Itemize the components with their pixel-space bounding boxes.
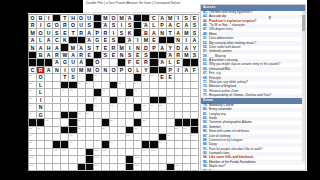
grid-cell[interactable] xyxy=(150,119,158,126)
grid-cell[interactable] xyxy=(159,127,167,134)
grid-cell[interactable]: T xyxy=(61,74,69,81)
grid-cell[interactable]: N xyxy=(53,67,61,74)
grid-cell[interactable] xyxy=(102,164,110,171)
grid-cell[interactable] xyxy=(191,97,199,104)
grid-cell[interactable] xyxy=(183,134,191,141)
grid-cell[interactable] xyxy=(78,89,86,96)
grid-cell[interactable]: 6O xyxy=(78,15,86,22)
grid-cell[interactable]: 4T xyxy=(61,15,69,22)
grid-cell[interactable]: R xyxy=(102,29,110,36)
grid-cell[interactable]: A xyxy=(53,44,61,51)
grid-cell[interactable]: O xyxy=(126,67,134,74)
grid-cell[interactable] xyxy=(175,156,183,163)
grid-cell[interactable]: A xyxy=(183,22,191,29)
grid-cell[interactable]: S xyxy=(191,52,199,59)
grid-cell[interactable]: 34Y xyxy=(167,44,175,51)
grid-cell[interactable] xyxy=(167,127,175,134)
grid-cell[interactable]: G xyxy=(94,37,102,44)
grid-cell[interactable]: 95 xyxy=(29,141,37,148)
grid-cell[interactable]: I xyxy=(118,22,126,29)
grid-cell[interactable]: 48A xyxy=(183,67,191,74)
grid-cell[interactable]: 73 xyxy=(142,104,150,111)
grid-cell[interactable]: U xyxy=(69,59,77,66)
grid-cell[interactable] xyxy=(37,164,45,171)
grid-cell[interactable] xyxy=(126,82,134,89)
grid-cell[interactable] xyxy=(118,119,126,126)
grid-cell[interactable] xyxy=(94,112,102,119)
grid-cell[interactable] xyxy=(53,134,61,141)
grid-cell[interactable]: L xyxy=(167,59,175,66)
grid-cell[interactable] xyxy=(102,156,110,163)
grid-cell[interactable] xyxy=(118,127,126,134)
grid-cell[interactable] xyxy=(167,149,175,156)
grid-cell[interactable]: U xyxy=(78,22,86,29)
grid-cell[interactable]: 7U xyxy=(86,15,94,22)
selected-cell[interactable]: 44R xyxy=(37,67,45,74)
grid-cell[interactable] xyxy=(94,119,102,126)
grid-cell[interactable] xyxy=(167,141,175,148)
grid-cell[interactable]: 111 xyxy=(134,164,142,171)
grid-cell[interactable] xyxy=(118,164,126,171)
grid-cell[interactable] xyxy=(94,82,102,89)
grid-cell[interactable]: 79 xyxy=(45,119,53,126)
grid-cell[interactable]: N xyxy=(159,29,167,36)
grid-cell[interactable] xyxy=(69,104,77,111)
grid-cell[interactable]: E xyxy=(102,44,110,51)
grid-cell[interactable] xyxy=(167,112,175,119)
grid-cell[interactable] xyxy=(102,112,110,119)
grid-cell[interactable] xyxy=(175,89,183,96)
grid-cell[interactable]: 77 xyxy=(78,112,86,119)
grid-cell[interactable]: T xyxy=(167,29,175,36)
grid-cell[interactable] xyxy=(45,134,53,141)
grid-cell[interactable]: T xyxy=(69,29,77,36)
grid-cell[interactable] xyxy=(45,127,53,134)
grid-cell[interactable] xyxy=(150,156,158,163)
grid-cell[interactable]: O xyxy=(110,67,118,74)
grid-cell[interactable] xyxy=(45,141,53,148)
grid-cell[interactable]: 9O xyxy=(110,15,118,22)
grid-cell[interactable]: K xyxy=(61,37,69,44)
grid-cell[interactable]: O xyxy=(69,22,77,29)
grid-cell[interactable]: S xyxy=(191,22,199,29)
grid-cell[interactable]: 98 xyxy=(159,141,167,148)
grid-cell[interactable]: 82 xyxy=(142,119,150,126)
grid-cell[interactable]: 110 xyxy=(94,164,102,171)
grid-cell[interactable]: 27A xyxy=(126,37,134,44)
grid-cell[interactable]: 54E xyxy=(159,74,167,81)
grid-cell[interactable]: 92 xyxy=(126,134,134,141)
grid-cell[interactable] xyxy=(78,74,86,81)
grid-cell[interactable] xyxy=(45,164,53,171)
grid-cell[interactable] xyxy=(183,141,191,148)
grid-cell[interactable]: 2B xyxy=(37,15,45,22)
grid-cell[interactable]: 75 xyxy=(159,104,167,111)
grid-cell[interactable] xyxy=(110,112,118,119)
grid-cell[interactable]: E xyxy=(167,74,175,81)
grid-cell[interactable] xyxy=(183,164,191,171)
grid-cell[interactable]: Y xyxy=(191,44,199,51)
grid-cell[interactable] xyxy=(118,156,126,163)
grid-cell[interactable]: O xyxy=(37,29,45,36)
grid-cell[interactable]: O xyxy=(37,74,45,81)
grid-cell[interactable] xyxy=(86,141,94,148)
grid-cell[interactable] xyxy=(37,149,45,156)
grid-cell[interactable]: 18R xyxy=(29,22,37,29)
grid-cell[interactable]: R xyxy=(53,52,61,59)
grid-cell[interactable] xyxy=(191,164,199,171)
grid-cell[interactable] xyxy=(102,59,110,66)
grid-cell[interactable]: 112 xyxy=(175,164,183,171)
grid-cell[interactable]: 58 xyxy=(118,82,126,89)
grid-cell[interactable]: 74 xyxy=(150,104,158,111)
grid-cell[interactable] xyxy=(183,156,191,163)
grid-cell[interactable] xyxy=(78,134,86,141)
grid-cell[interactable]: 69 xyxy=(167,97,175,104)
grid-cell[interactable] xyxy=(142,97,150,104)
grid-cell[interactable] xyxy=(69,164,77,171)
grid-cell[interactable]: P xyxy=(150,44,158,51)
grid-cell[interactable]: M xyxy=(86,67,94,74)
grid-cell[interactable]: 87 xyxy=(134,127,142,134)
grid-cell[interactable] xyxy=(191,89,199,96)
grid-cell[interactable]: L xyxy=(37,82,45,89)
grid-cell[interactable] xyxy=(37,134,45,141)
grid-cell[interactable]: E xyxy=(110,52,118,59)
grid-cell[interactable] xyxy=(61,119,69,126)
grid-cell[interactable]: 36W xyxy=(61,52,69,59)
grid-cell[interactable]: L xyxy=(134,67,142,74)
grid-cell[interactable] xyxy=(191,149,199,156)
grid-cell[interactable] xyxy=(126,119,134,126)
grid-cell[interactable] xyxy=(45,82,53,89)
grid-cell[interactable] xyxy=(61,134,69,141)
grid-cell[interactable]: 100 xyxy=(53,149,61,156)
grid-cell[interactable] xyxy=(53,164,61,171)
grid-cell[interactable] xyxy=(45,112,53,119)
grid-cell[interactable] xyxy=(134,134,142,141)
clue-panel-scrollbar[interactable] xyxy=(302,11,305,162)
grid-cell[interactable]: I xyxy=(37,22,45,29)
grid-cell[interactable]: 66 xyxy=(94,97,102,104)
grid-cell[interactable] xyxy=(53,112,61,119)
grid-cell[interactable] xyxy=(183,104,191,111)
grid-cell[interactable] xyxy=(175,82,183,89)
grid-cell[interactable] xyxy=(69,156,77,163)
grid-cell[interactable]: 51 xyxy=(94,74,102,81)
grid-cell[interactable]: 42A xyxy=(159,59,167,66)
grid-cell[interactable]: R xyxy=(78,29,86,36)
grid-cell[interactable]: A xyxy=(183,44,191,51)
grid-cell[interactable]: N xyxy=(134,44,142,51)
grid-cell[interactable] xyxy=(53,119,61,126)
grid-cell[interactable] xyxy=(191,74,199,81)
grid-cell[interactable] xyxy=(167,82,175,89)
grid-cell[interactable]: 14M xyxy=(167,15,175,22)
grid-cell[interactable] xyxy=(118,104,126,111)
grid-cell[interactable] xyxy=(53,127,61,134)
grid-cell[interactable] xyxy=(45,149,53,156)
grid-cell[interactable] xyxy=(102,74,110,81)
grid-cell[interactable]: 103 xyxy=(102,149,110,156)
grid-cell[interactable] xyxy=(159,149,167,156)
grid-cell[interactable]: S xyxy=(191,29,199,36)
grid-cell[interactable] xyxy=(86,127,94,134)
grid-cell[interactable]: A xyxy=(167,22,175,29)
grid-cell[interactable]: Y xyxy=(142,67,150,74)
grid-cell[interactable] xyxy=(94,141,102,148)
grid-cell[interactable]: S xyxy=(110,37,118,44)
grid-cell[interactable]: M xyxy=(142,37,150,44)
grid-cell[interactable]: A xyxy=(86,29,94,36)
grid-cell[interactable] xyxy=(94,127,102,134)
grid-cell[interactable]: 10M xyxy=(118,15,126,22)
grid-cell[interactable]: 46P xyxy=(118,67,126,74)
grid-cell[interactable]: D xyxy=(142,44,150,51)
grid-cell[interactable]: 57 xyxy=(86,82,94,89)
grid-cell[interactable] xyxy=(118,74,126,81)
grid-cell[interactable]: S xyxy=(126,22,134,29)
grid-cell[interactable] xyxy=(102,104,110,111)
grid-cell[interactable]: 28I xyxy=(134,37,142,44)
grid-cell[interactable] xyxy=(118,134,126,141)
grid-cell[interactable]: 83 xyxy=(29,127,37,134)
grid-cell[interactable]: A xyxy=(78,59,86,66)
grid-cell[interactable] xyxy=(150,82,158,89)
grid-cell[interactable]: 78 xyxy=(86,112,94,119)
grid-cell[interactable]: 107 xyxy=(94,156,102,163)
grid-cell[interactable] xyxy=(53,82,61,89)
grid-cell[interactable] xyxy=(86,119,94,126)
grid-cell[interactable] xyxy=(118,112,126,119)
grid-cell[interactable] xyxy=(45,89,53,96)
grid-cell[interactable]: T xyxy=(94,44,102,51)
grid-cell[interactable] xyxy=(167,119,175,126)
grid-cell[interactable]: 13A xyxy=(159,15,167,22)
grid-cell[interactable] xyxy=(159,82,167,89)
grid-cell[interactable]: N xyxy=(118,52,126,59)
grid-cell[interactable] xyxy=(110,127,118,134)
grid-cell[interactable] xyxy=(142,112,150,119)
grid-cell[interactable]: 84 xyxy=(37,127,45,134)
grid-cell[interactable] xyxy=(159,164,167,171)
grid-cell[interactable]: 65 xyxy=(29,97,37,104)
grid-cell[interactable] xyxy=(134,149,142,156)
grid-cell[interactable] xyxy=(110,74,118,81)
grid-cell[interactable]: R xyxy=(61,22,69,29)
grid-cell[interactable] xyxy=(142,127,150,134)
grid-cell[interactable]: E xyxy=(134,52,142,59)
grid-cell[interactable] xyxy=(118,89,126,96)
grid-cell[interactable]: 89 xyxy=(183,127,191,134)
grid-cell[interactable]: 85 xyxy=(78,127,86,134)
grid-cell[interactable] xyxy=(134,141,142,148)
grid-cell[interactable] xyxy=(183,112,191,119)
grid-cell[interactable] xyxy=(45,74,53,81)
grid-cell[interactable] xyxy=(191,112,199,119)
grid-cell[interactable] xyxy=(78,141,86,148)
grid-cell[interactable] xyxy=(37,156,45,163)
grid-cell[interactable] xyxy=(175,97,183,104)
grid-cell[interactable] xyxy=(126,149,134,156)
grid-cell[interactable]: 52 xyxy=(142,74,150,81)
grid-cell[interactable] xyxy=(110,156,118,163)
grid-cell[interactable] xyxy=(142,164,150,171)
grid-cell[interactable]: E xyxy=(102,37,110,44)
grid-cell[interactable] xyxy=(191,156,199,163)
grid-cell[interactable] xyxy=(102,82,110,89)
grid-cell[interactable]: N xyxy=(102,67,110,74)
grid-cell[interactable] xyxy=(53,74,61,81)
grid-cell[interactable]: U xyxy=(69,67,77,74)
grid-cell[interactable] xyxy=(159,89,167,96)
grid-cell[interactable] xyxy=(118,149,126,156)
grid-cell[interactable]: 16S xyxy=(183,15,191,22)
grid-cell[interactable]: 94 xyxy=(191,134,199,141)
grid-cell[interactable] xyxy=(191,82,199,89)
grid-cell[interactable]: 15I xyxy=(175,15,183,22)
grid-cell[interactable] xyxy=(61,104,69,111)
grid-cell[interactable]: 40O xyxy=(94,59,102,66)
grid-cell[interactable]: I xyxy=(110,29,118,36)
grid-cell[interactable] xyxy=(78,104,86,111)
grid-cell[interactable] xyxy=(86,97,94,104)
grid-cell[interactable] xyxy=(150,112,158,119)
grid-cell[interactable] xyxy=(150,89,158,96)
grid-cell[interactable]: 37S xyxy=(102,52,110,59)
grid-cell[interactable] xyxy=(69,149,77,156)
grid-cell[interactable] xyxy=(191,104,199,111)
grid-cell[interactable]: 19O xyxy=(53,22,61,29)
grid-cell[interactable]: S xyxy=(126,52,134,59)
grid-cell[interactable]: 81 xyxy=(110,119,118,126)
grid-cell[interactable] xyxy=(175,141,183,148)
grid-cell[interactable]: 68 xyxy=(126,97,134,104)
grid-cell[interactable] xyxy=(61,156,69,163)
grid-cell[interactable] xyxy=(126,104,134,111)
grid-cell[interactable]: A xyxy=(159,44,167,51)
grid-cell[interactable] xyxy=(110,134,118,141)
grid-cell[interactable]: I xyxy=(61,67,69,74)
grid-cell[interactable] xyxy=(61,97,69,104)
grid-cell[interactable] xyxy=(102,134,110,141)
grid-cell[interactable]: R xyxy=(175,52,183,59)
grid-cell[interactable] xyxy=(53,89,61,96)
grid-cell[interactable]: A xyxy=(69,52,77,59)
grid-cell[interactable]: 38A xyxy=(167,52,175,59)
grid-cell[interactable]: E xyxy=(61,29,69,36)
grid-cell[interactable]: I xyxy=(183,37,191,44)
grid-cell[interactable]: 39A xyxy=(53,59,61,66)
grid-cell[interactable]: 45A xyxy=(45,67,53,74)
grid-cell[interactable]: 70 xyxy=(29,104,37,111)
grid-cell[interactable] xyxy=(118,141,126,148)
grid-cell[interactable]: 88 xyxy=(175,127,183,134)
grid-cell[interactable]: 31M xyxy=(69,44,77,51)
grid-cell[interactable]: 91 xyxy=(69,134,77,141)
grid-cell[interactable]: 24B xyxy=(142,29,150,36)
grid-cell[interactable]: A xyxy=(175,29,183,36)
grid-cell[interactable] xyxy=(175,134,183,141)
grid-cell[interactable]: 47P xyxy=(167,67,175,74)
grid-cell[interactable]: 35B xyxy=(37,52,45,59)
grid-cell[interactable] xyxy=(78,149,86,156)
grid-cell[interactable]: 93 xyxy=(167,134,175,141)
grid-cell[interactable]: 30N xyxy=(29,44,37,51)
grid-cell[interactable]: 60 xyxy=(29,89,37,96)
grid-cell[interactable] xyxy=(69,97,77,104)
grid-cell[interactable]: 101 xyxy=(61,149,69,156)
grid-cell[interactable] xyxy=(53,104,61,111)
grid-cell[interactable]: 11A xyxy=(126,15,134,22)
grid-cell[interactable]: S xyxy=(53,29,61,36)
grid-cell[interactable] xyxy=(183,89,191,96)
grid-cell[interactable]: R xyxy=(78,52,86,59)
grid-cell[interactable]: D xyxy=(175,44,183,51)
grid-cell[interactable] xyxy=(37,141,45,148)
grid-cell[interactable]: 23P xyxy=(94,29,102,36)
grid-cell[interactable]: A xyxy=(191,37,199,44)
grid-cell[interactable] xyxy=(159,112,167,119)
grid-cell[interactable]: 99 xyxy=(29,149,37,156)
grid-cell[interactable]: 104 xyxy=(142,149,150,156)
grid-cell[interactable] xyxy=(134,97,142,104)
grid-cell[interactable] xyxy=(142,156,150,163)
grid-cell[interactable] xyxy=(126,112,134,119)
grid-cell[interactable]: M xyxy=(183,29,191,36)
grid-cell[interactable]: G xyxy=(45,22,53,29)
grid-cell[interactable]: H xyxy=(45,44,53,51)
grid-cell[interactable]: 50 xyxy=(29,74,37,81)
grid-cell[interactable]: 59 xyxy=(134,82,142,89)
grid-cell[interactable]: 25A xyxy=(29,37,37,44)
grid-cell[interactable]: C xyxy=(175,22,183,29)
grid-cell[interactable]: L xyxy=(37,89,45,96)
grid-cell[interactable]: S xyxy=(69,74,77,81)
grid-cell[interactable] xyxy=(183,97,191,104)
grid-cell[interactable] xyxy=(142,134,150,141)
grid-cell[interactable]: 43C xyxy=(29,67,37,74)
grid-cell[interactable]: I xyxy=(175,67,183,74)
grid-cell[interactable] xyxy=(175,112,183,119)
grid-cell[interactable] xyxy=(102,97,110,104)
grid-cell[interactable]: 96 xyxy=(69,141,77,148)
grid-cell[interactable] xyxy=(159,156,167,163)
grid-cell[interactable] xyxy=(175,74,183,81)
grid-cell[interactable]: C xyxy=(53,37,61,44)
grid-cell[interactable]: K xyxy=(126,29,134,36)
grid-cell[interactable]: 76 xyxy=(29,112,37,119)
grid-cell[interactable] xyxy=(78,97,86,104)
grid-cell[interactable]: 97 xyxy=(110,141,118,148)
grid-cell[interactable] xyxy=(167,156,175,163)
grid-cell[interactable]: 62 xyxy=(69,89,77,96)
scrollbar-thumb[interactable] xyxy=(302,15,305,31)
grid-cell[interactable] xyxy=(110,164,118,171)
crossword-grid[interactable]: 1O2B3I4T5H6O7U8M9O10M11A12C13A14M15I16S1… xyxy=(28,14,199,172)
grid-cell[interactable]: R xyxy=(142,59,150,66)
grid-cell[interactable]: S xyxy=(86,44,94,51)
grid-cell[interactable]: 61 xyxy=(61,89,69,96)
grid-cell[interactable]: L xyxy=(150,22,158,29)
grid-cell[interactable]: P xyxy=(159,22,167,29)
grid-cell[interactable] xyxy=(183,149,191,156)
grid-cell[interactable]: 63 xyxy=(102,89,110,96)
grid-cell[interactable]: 109 xyxy=(29,164,37,171)
grid-cell[interactable] xyxy=(45,104,53,111)
grid-cell[interactable] xyxy=(150,164,158,171)
grid-cell[interactable]: 80 xyxy=(78,119,86,126)
